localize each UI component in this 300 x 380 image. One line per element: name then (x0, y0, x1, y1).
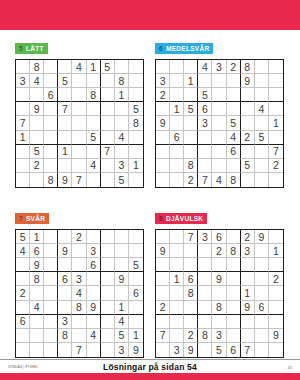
cell-r3c6: 6 (87, 258, 101, 272)
puzzle-svar: 7 SVÅR 5124693965863924648916348451739 (15, 207, 144, 358)
cell-r1c4: 3 (198, 230, 212, 244)
cell-r9c8 (255, 173, 269, 187)
cell-r5c5 (212, 286, 226, 300)
cell-r8c7 (241, 329, 255, 343)
cell-r4c8 (115, 102, 129, 116)
cell-r1c5: 6 (212, 230, 226, 244)
cell-r3c3 (184, 88, 198, 102)
cell-r2c9 (269, 74, 283, 88)
cell-r4c3 (44, 272, 58, 286)
cell-r2c7: 9 (241, 74, 255, 88)
cell-r8c1: 7 (156, 329, 170, 343)
cell-r8c4 (58, 159, 72, 173)
cell-r8c7 (101, 159, 115, 173)
cell-r4c6 (227, 102, 241, 116)
cell-r4c1 (156, 102, 170, 116)
cell-r4c5: 9 (212, 272, 226, 286)
cell-r8c7 (101, 329, 115, 343)
cell-r8c6: 4 (87, 329, 101, 343)
cell-r3c8 (255, 88, 269, 102)
cell-r4c9 (269, 102, 283, 116)
cell-r3c5 (72, 258, 86, 272)
cell-r9c1 (156, 173, 170, 187)
cell-r2c4 (198, 74, 212, 88)
cell-r5c7 (241, 116, 255, 130)
cell-r6c5: 8 (212, 301, 226, 315)
cell-r6c5 (72, 131, 86, 145)
cell-r6c7: 9 (241, 301, 255, 315)
cell-r2c1: 3 (156, 74, 170, 88)
cell-r7c1 (156, 315, 170, 329)
cell-r3c4: 5 (198, 88, 212, 102)
cell-r5c4 (58, 286, 72, 300)
cell-r1c1: 5 (16, 230, 30, 244)
cell-r2c3 (184, 244, 198, 258)
cell-r6c5: 8 (72, 301, 86, 315)
cell-r1c3 (184, 60, 198, 74)
cell-r5c4 (58, 116, 72, 130)
cell-r6c1: 2 (156, 301, 170, 315)
cell-r5c2 (30, 286, 44, 300)
cell-r9c1 (16, 343, 30, 357)
cell-r5c9 (269, 286, 283, 300)
cell-r1c7: 8 (241, 60, 255, 74)
cell-r6c7: 2 (241, 131, 255, 145)
cell-r3c6: 8 (87, 88, 101, 102)
cell-r9c6 (87, 343, 101, 357)
cell-r7c6 (87, 315, 101, 329)
footer-row: SÖNDAG | PYSSEL 45 (0, 361, 300, 373)
cell-r7c3 (44, 315, 58, 329)
cell-r6c2 (170, 301, 184, 315)
cell-r7c5 (72, 145, 86, 159)
cell-r4c7 (101, 272, 115, 286)
cell-r2c5 (72, 74, 86, 88)
cell-r7c1: 6 (16, 315, 30, 329)
cell-r6c5 (212, 131, 226, 145)
cell-r9c1 (156, 343, 170, 357)
cell-r5c2 (170, 286, 184, 300)
cell-r8c8: 5 (115, 329, 129, 343)
cell-r1c3: 7 (184, 230, 198, 244)
difficulty-badge-latt: 5 LÄTT (15, 43, 48, 54)
cell-r9c5: 7 (72, 173, 86, 187)
cell-r7c8 (255, 315, 269, 329)
cell-r8c9: 1 (129, 159, 143, 173)
cell-r5c1: 7 (16, 116, 30, 130)
cell-r9c6: 6 (227, 343, 241, 357)
cell-r1c6: 2 (227, 60, 241, 74)
cell-r8c4 (198, 159, 212, 173)
cell-r4c2: 1 (170, 272, 184, 286)
cell-r3c7 (241, 258, 255, 272)
cell-r1c3 (44, 60, 58, 74)
cell-r5c7 (101, 286, 115, 300)
cell-r1c9 (269, 60, 283, 74)
cell-r1c7: 2 (241, 230, 255, 244)
cell-r9c9 (129, 173, 143, 187)
cell-r2c2: 4 (30, 74, 44, 88)
difficulty-badge-medelsvar: 6 MEDELSVÅR (155, 43, 213, 54)
cell-r1c6 (227, 230, 241, 244)
cell-r1c5: 2 (72, 230, 86, 244)
cell-r1c4 (58, 230, 72, 244)
cell-r8c3 (44, 159, 58, 173)
puzzle-djavulsk: 8 DJÄVULSK 73629928311692812896728393956… (155, 207, 284, 358)
cell-r7c3 (184, 145, 198, 159)
cell-r2c6: 3 (87, 244, 101, 258)
cell-r6c4 (198, 301, 212, 315)
cell-r3c6 (227, 258, 241, 272)
cell-r9c6 (87, 173, 101, 187)
cell-r2c9 (129, 74, 143, 88)
cell-r2c9 (129, 244, 143, 258)
cell-r1c8: 9 (255, 230, 269, 244)
cell-r2c3 (44, 244, 58, 258)
cell-r9c6: 8 (227, 173, 241, 187)
cell-r7c5 (72, 315, 86, 329)
cell-r5c2 (170, 116, 184, 130)
cell-r5c6 (87, 116, 101, 130)
cell-r7c6 (227, 315, 241, 329)
cell-r6c2: 4 (30, 301, 44, 315)
cell-r4c4: 6 (198, 102, 212, 116)
cell-r7c3 (44, 145, 58, 159)
cell-r4c4: 7 (58, 102, 72, 116)
cell-r4c2: 9 (30, 102, 44, 116)
cell-r1c6 (87, 230, 101, 244)
cell-r4c1 (16, 102, 30, 116)
cell-r1c9 (269, 230, 283, 244)
cell-r2c1: 4 (16, 244, 30, 258)
cell-r4c3 (44, 102, 58, 116)
cell-r6c4 (58, 301, 72, 315)
cell-r5c3 (44, 286, 58, 300)
cell-r2c7 (101, 74, 115, 88)
cell-r6c8: 5 (255, 131, 269, 145)
cell-r7c4: 3 (58, 315, 72, 329)
cell-r3c9 (269, 258, 283, 272)
cell-r5c4: 3 (198, 116, 212, 130)
cell-r2c1: 9 (156, 244, 170, 258)
cell-r8c5 (212, 159, 226, 173)
cell-r8c2 (170, 159, 184, 173)
cell-r1c9 (129, 60, 143, 74)
cell-r1c8 (255, 60, 269, 74)
cell-r8c2 (30, 329, 44, 343)
cell-r9c5: 7 (72, 343, 86, 357)
cell-r4c2: 8 (30, 272, 44, 286)
cell-r7c4 (198, 145, 212, 159)
difficulty-label: MEDELSVÅR (166, 43, 210, 54)
cell-r8c5 (72, 159, 86, 173)
cell-r7c6: 6 (227, 145, 241, 159)
sudoku-grid-svar: 5124693965863924648916348451739 (15, 229, 144, 358)
cell-r7c8 (255, 145, 269, 159)
cell-r8c6: 4 (87, 159, 101, 173)
cell-r9c8 (255, 343, 269, 357)
cell-r6c9 (269, 301, 283, 315)
cell-r4c5 (212, 102, 226, 116)
cell-r7c4 (198, 315, 212, 329)
difficulty-number: 7 (19, 213, 23, 224)
cell-r5c3: 8 (184, 286, 198, 300)
cell-r2c4 (198, 244, 212, 258)
cell-r5c7: 1 (241, 286, 255, 300)
cell-r9c7 (241, 173, 255, 187)
cell-r9c8: 5 (115, 173, 129, 187)
cell-r1c1 (156, 230, 170, 244)
cell-r8c6 (227, 159, 241, 173)
cell-r1c1 (16, 60, 30, 74)
cell-r3c7 (101, 258, 115, 272)
cell-r6c3 (184, 131, 198, 145)
cell-r5c8 (115, 116, 129, 130)
cell-r5c5 (72, 116, 86, 130)
cell-r9c4: 9 (58, 173, 72, 187)
cell-r3c2 (30, 88, 44, 102)
cell-r3c2 (170, 88, 184, 102)
cell-r8c8 (255, 329, 269, 343)
cell-r7c7: 7 (101, 145, 115, 159)
cell-r8c5: 3 (212, 329, 226, 343)
cell-r8c2: 2 (30, 159, 44, 173)
cell-r4c2: 1 (170, 102, 184, 116)
cell-r6c2 (30, 131, 44, 145)
cell-r4c3: 5 (184, 102, 198, 116)
cell-r4c8 (255, 272, 269, 286)
footer-divider (0, 359, 300, 360)
cell-r5c6 (227, 286, 241, 300)
cell-r4c6 (87, 102, 101, 116)
cell-r2c1: 3 (16, 74, 30, 88)
cell-r8c1 (156, 159, 170, 173)
sudoku-grid-djavulsk: 736299283116928128967283939567 (155, 229, 284, 358)
cell-r8c7: 5 (241, 159, 255, 173)
cell-r8c1 (16, 159, 30, 173)
cell-r5c1 (156, 286, 170, 300)
cell-r7c2: 5 (30, 145, 44, 159)
sudoku-grid-latt: 841534586819757815451724318975 (15, 59, 144, 188)
puzzle-latt: 5 LÄTT 841534586819757815451724318975 (15, 37, 144, 188)
cell-r4c5 (72, 102, 86, 116)
cell-r3c5 (72, 88, 86, 102)
cell-r3c5 (212, 258, 226, 272)
cell-r2c7 (101, 244, 115, 258)
cell-r6c3 (44, 131, 58, 145)
cell-r4c8: 9 (115, 272, 129, 286)
cell-r2c2 (170, 74, 184, 88)
cell-r6c2: 6 (170, 131, 184, 145)
cell-r4c6 (227, 272, 241, 286)
cell-r3c3: 6 (44, 88, 58, 102)
cell-r4c4 (198, 272, 212, 286)
cell-r2c4: 9 (58, 244, 72, 258)
cell-r2c3: 1 (184, 74, 198, 88)
cell-r6c1 (156, 131, 170, 145)
cell-r8c5 (72, 329, 86, 343)
cell-r5c9: 6 (129, 286, 143, 300)
cell-r5c6: 5 (227, 116, 241, 130)
cell-r9c5: 4 (212, 173, 226, 187)
difficulty-number: 6 (159, 43, 163, 54)
cell-r2c2: 6 (30, 244, 44, 258)
cell-r5c4 (198, 286, 212, 300)
cell-r9c8: 3 (115, 343, 129, 357)
cell-r3c4 (58, 258, 72, 272)
cell-r2c6: 8 (227, 244, 241, 258)
cell-r3c9: 5 (129, 258, 143, 272)
cell-r6c1 (16, 301, 30, 315)
cell-r5c8 (255, 286, 269, 300)
cell-r6c6 (227, 301, 241, 315)
cell-r1c7 (101, 230, 115, 244)
bottom-bar (0, 373, 300, 380)
cell-r6c7 (101, 131, 115, 145)
cell-r4c5: 3 (72, 272, 86, 286)
cell-r6c6: 5 (87, 131, 101, 145)
cell-r7c5 (212, 145, 226, 159)
cell-r6c7 (101, 301, 115, 315)
cell-r7c7 (241, 315, 255, 329)
cell-r8c8: 3 (115, 159, 129, 173)
cell-r2c8 (255, 244, 269, 258)
cell-r3c9 (269, 88, 283, 102)
cell-r9c9 (269, 343, 283, 357)
difficulty-badge-svar: 7 SVÅR (15, 213, 49, 224)
cell-r1c3 (44, 230, 58, 244)
cell-r8c4: 8 (58, 329, 72, 343)
cell-r1c7: 5 (101, 60, 115, 74)
cell-r9c5: 5 (212, 343, 226, 357)
cell-r7c2 (170, 315, 184, 329)
cell-r7c2 (170, 145, 184, 159)
cell-r7c8 (115, 145, 129, 159)
cell-r4c1 (156, 272, 170, 286)
cell-r2c3 (44, 74, 58, 88)
cell-r1c2: 1 (30, 230, 44, 244)
cell-r3c4 (198, 258, 212, 272)
cell-r3c3 (184, 258, 198, 272)
cell-r3c8 (115, 258, 129, 272)
cell-r8c2 (170, 329, 184, 343)
cell-r7c9 (129, 315, 143, 329)
cell-r1c1 (156, 60, 170, 74)
cell-r4c8: 4 (255, 102, 269, 116)
cell-r2c6 (87, 74, 101, 88)
cell-r4c9: 2 (269, 272, 283, 286)
cell-r8c3: 2 (184, 329, 198, 343)
top-banner (0, 0, 300, 30)
edition-label: SÖNDAG | PYSSEL (8, 365, 38, 369)
cell-r2c9: 1 (269, 244, 283, 258)
cell-r6c9 (269, 131, 283, 145)
cell-r8c4: 8 (198, 329, 212, 343)
cell-r6c4 (198, 131, 212, 145)
cell-r7c9: 7 (269, 145, 283, 159)
cell-r2c5: 2 (212, 244, 226, 258)
cell-r3c6 (227, 88, 241, 102)
cell-r8c6 (227, 329, 241, 343)
cell-r5c1: 9 (156, 116, 170, 130)
cell-r5c7 (101, 116, 115, 130)
cell-r3c3 (44, 258, 58, 272)
cell-r8c1 (16, 329, 30, 343)
cell-r9c1 (16, 173, 30, 187)
cell-r4c4: 6 (58, 272, 72, 286)
cell-r9c4: 7 (198, 173, 212, 187)
cell-r1c8 (115, 230, 129, 244)
cell-r9c9 (269, 173, 283, 187)
cell-r1c6: 1 (87, 60, 101, 74)
cell-r1c2: 8 (30, 60, 44, 74)
cell-r5c3 (44, 116, 58, 130)
cell-r9c3 (44, 343, 58, 357)
cell-r9c7: 7 (241, 343, 255, 357)
cell-r5c8 (115, 286, 129, 300)
page-number: 45 (288, 365, 292, 370)
cell-r2c8 (255, 74, 269, 88)
cell-r2c5 (212, 74, 226, 88)
cell-r1c4 (58, 60, 72, 74)
cell-r9c7 (101, 343, 115, 357)
cell-r8c3: 8 (184, 159, 198, 173)
difficulty-number: 5 (19, 43, 23, 54)
cell-r6c1: 1 (16, 131, 30, 145)
cell-r3c1: 2 (156, 88, 170, 102)
cell-r5c5: 4 (72, 286, 86, 300)
cell-r1c4: 4 (198, 60, 212, 74)
cell-r8c8 (255, 159, 269, 173)
cell-r7c1 (16, 145, 30, 159)
cell-r3c9 (129, 88, 143, 102)
cell-r5c9: 8 (129, 116, 143, 130)
cell-r9c2 (30, 173, 44, 187)
cell-r4c9 (129, 272, 143, 286)
difficulty-number: 8 (159, 213, 163, 224)
cell-r7c8: 4 (115, 315, 129, 329)
difficulty-badge-djavulsk: 8 DJÄVULSK (155, 213, 207, 224)
cell-r2c8: 8 (115, 74, 129, 88)
cell-r3c2: 9 (30, 258, 44, 272)
cell-r3c7 (101, 88, 115, 102)
cell-r5c2 (30, 116, 44, 130)
cell-r4c1 (16, 272, 30, 286)
cell-r3c4 (58, 88, 72, 102)
cell-r2c2 (170, 244, 184, 258)
cell-r7c2 (30, 315, 44, 329)
cell-r9c2 (170, 173, 184, 187)
cell-r1c5: 4 (72, 60, 86, 74)
cell-r4c6 (87, 272, 101, 286)
cell-r3c2 (170, 258, 184, 272)
puzzle-medelsvar: 6 MEDELSVÅR 4328319251564935164256785227… (155, 37, 284, 188)
cell-r1c2 (170, 230, 184, 244)
cell-r3c7 (241, 88, 255, 102)
cell-r6c3 (44, 301, 58, 315)
cell-r6c4 (58, 131, 72, 145)
cell-r7c5 (212, 315, 226, 329)
cell-r2c7: 3 (241, 244, 255, 258)
cell-r7c6 (87, 145, 101, 159)
cell-r3c1 (16, 88, 30, 102)
cell-r8c9: 1 (129, 329, 143, 343)
sudoku-grid-medelsvar: 432831925156493516425678522748 (155, 59, 284, 188)
cell-r6c8: 4 (115, 131, 129, 145)
cell-r9c3: 8 (44, 173, 58, 187)
cell-r8c9: 9 (269, 329, 283, 343)
cell-r5c8 (255, 116, 269, 130)
